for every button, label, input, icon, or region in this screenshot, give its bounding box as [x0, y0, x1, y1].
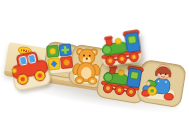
doll-graphic	[139, 60, 181, 103]
product-photo-wooden-puzzle	[0, 0, 189, 140]
puzzle-piece-car	[7, 46, 52, 93]
train-graphic	[97, 29, 145, 69]
puzzle-piece-teddy	[70, 45, 102, 86]
car-graphic	[7, 46, 52, 93]
teddy-graphic	[70, 45, 102, 86]
puzzle-piece-doll	[139, 60, 181, 103]
puzzle-piece-train-lifted	[97, 29, 145, 69]
